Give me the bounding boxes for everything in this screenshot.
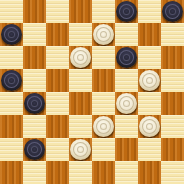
square-r0c4 <box>92 0 115 23</box>
square-r6c2 <box>46 138 69 161</box>
square-r1c7 <box>161 23 184 46</box>
square-2[interactable] <box>69 0 92 23</box>
square-r7c5 <box>115 161 138 184</box>
square-16[interactable] <box>138 69 161 92</box>
square-r1c1 <box>23 23 46 46</box>
square-26[interactable] <box>69 138 92 161</box>
square-27[interactable] <box>115 138 138 161</box>
square-r3c7 <box>161 69 184 92</box>
square-r2c0 <box>0 46 23 69</box>
black-piece[interactable] <box>24 93 45 114</box>
square-19[interactable] <box>115 92 138 115</box>
square-30[interactable] <box>46 161 69 184</box>
white-piece[interactable] <box>139 116 160 137</box>
square-18[interactable] <box>69 92 92 115</box>
square-11[interactable] <box>115 46 138 69</box>
square-r0c2 <box>46 0 69 23</box>
square-r6c0 <box>0 138 23 161</box>
white-piece[interactable] <box>70 139 91 160</box>
square-6[interactable] <box>46 23 69 46</box>
square-1[interactable] <box>23 0 46 23</box>
square-32[interactable] <box>138 161 161 184</box>
square-r3c5 <box>115 69 138 92</box>
square-r2c2 <box>46 46 69 69</box>
square-10[interactable] <box>69 46 92 69</box>
white-piece[interactable] <box>139 70 160 91</box>
white-piece[interactable] <box>93 116 114 137</box>
square-21[interactable] <box>0 115 23 138</box>
square-r5c7 <box>161 115 184 138</box>
square-r7c1 <box>23 161 46 184</box>
black-piece[interactable] <box>116 47 137 68</box>
square-r1c3 <box>69 23 92 46</box>
square-14[interactable] <box>46 69 69 92</box>
white-piece[interactable] <box>116 93 137 114</box>
square-25[interactable] <box>23 138 46 161</box>
square-r4c4 <box>92 92 115 115</box>
square-r7c3 <box>69 161 92 184</box>
square-r6c4 <box>92 138 115 161</box>
white-piece[interactable] <box>70 47 91 68</box>
square-r2c6 <box>138 46 161 69</box>
square-r0c6 <box>138 0 161 23</box>
black-piece[interactable] <box>1 70 22 91</box>
square-24[interactable] <box>138 115 161 138</box>
square-r1c5 <box>115 23 138 46</box>
square-20[interactable] <box>161 92 184 115</box>
square-9[interactable] <box>23 46 46 69</box>
black-piece[interactable] <box>116 1 137 22</box>
square-r4c0 <box>0 92 23 115</box>
square-15[interactable] <box>92 69 115 92</box>
square-22[interactable] <box>46 115 69 138</box>
checkers-board <box>0 0 184 184</box>
square-r5c3 <box>69 115 92 138</box>
square-28[interactable] <box>161 138 184 161</box>
square-31[interactable] <box>92 161 115 184</box>
black-piece[interactable] <box>24 139 45 160</box>
black-piece[interactable] <box>162 1 183 22</box>
square-r5c5 <box>115 115 138 138</box>
square-4[interactable] <box>161 0 184 23</box>
white-piece[interactable] <box>93 24 114 45</box>
square-r4c6 <box>138 92 161 115</box>
square-r6c6 <box>138 138 161 161</box>
square-29[interactable] <box>0 161 23 184</box>
square-17[interactable] <box>23 92 46 115</box>
square-r4c2 <box>46 92 69 115</box>
black-piece[interactable] <box>1 24 22 45</box>
square-8[interactable] <box>138 23 161 46</box>
square-23[interactable] <box>92 115 115 138</box>
square-r2c4 <box>92 46 115 69</box>
square-r3c3 <box>69 69 92 92</box>
square-12[interactable] <box>161 46 184 69</box>
square-3[interactable] <box>115 0 138 23</box>
square-r3c1 <box>23 69 46 92</box>
square-r7c7 <box>161 161 184 184</box>
square-13[interactable] <box>0 69 23 92</box>
square-r5c1 <box>23 115 46 138</box>
square-7[interactable] <box>92 23 115 46</box>
square-r0c0 <box>0 0 23 23</box>
square-5[interactable] <box>0 23 23 46</box>
